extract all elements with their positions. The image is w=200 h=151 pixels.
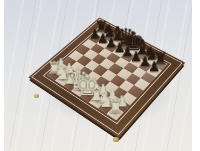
chess-board: ♜♞♝♛♚♝♞♜♟♟♟♟♟♟♟♟♟♟♟♟♟♟♟♟♜♞♝♛♚♝♞♜ xyxy=(28,17,185,138)
brass-clasp xyxy=(113,137,119,142)
scene-3d: ♜♞♝♛♚♝♞♜♟♟♟♟♟♟♟♟♟♟♟♟♟♟♟♟♜♞♝♛♚♝♞♜ xyxy=(4,0,192,151)
piece-white-rook: ♜ xyxy=(106,98,123,117)
square-e5 xyxy=(108,63,123,74)
table-background: ♜♞♝♛♚♝♞♜♟♟♟♟♟♟♟♟♟♟♟♟♟♟♟♟♜♞♝♛♚♝♞♜ xyxy=(4,0,192,151)
board-squares: ♜♞♝♛♚♝♞♜♟♟♟♟♟♟♟♟♟♟♟♟♟♟♟♟♜♞♝♛♚♝♞♜ xyxy=(47,28,168,120)
brass-hinge xyxy=(34,94,39,98)
piece-black-pawn: ♟ xyxy=(148,59,161,73)
product-photo: ♜♞♝♛♚♝♞♜♟♟♟♟♟♟♟♟♟♟♟♟♟♟♟♟♜♞♝♛♚♝♞♜ xyxy=(0,0,200,151)
